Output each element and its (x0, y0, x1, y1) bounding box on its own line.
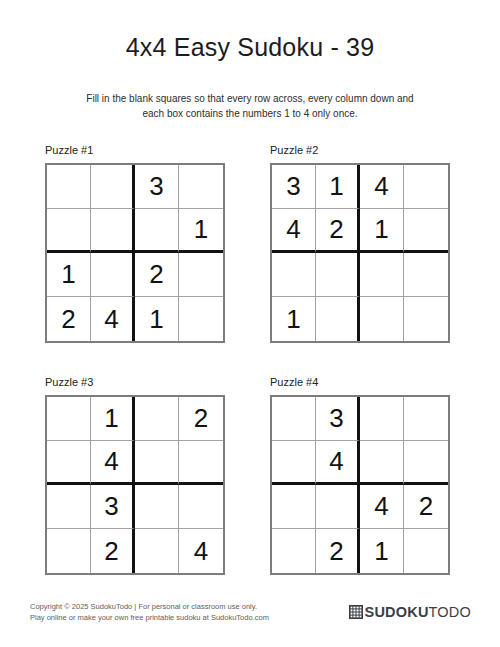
puzzle-4-cell-r4c3: 1 (360, 529, 404, 573)
puzzle-2: Puzzle #2 3144211 (270, 144, 450, 343)
footer-copyright-line-1: Copyright © 2025 SudokuTodo | For person… (30, 601, 269, 612)
puzzle-3-cell-r3c4 (179, 485, 223, 529)
puzzle-4-cell-r2c3 (360, 441, 404, 485)
page-title: 4x4 Easy Sudoku - 39 (0, 33, 500, 62)
puzzle-2-cell-r4c3 (360, 297, 404, 341)
puzzle-4-cell-r2c2: 4 (316, 441, 360, 485)
puzzle-1-cell-r4c3: 1 (135, 297, 179, 341)
puzzle-4-cell-r4c4 (404, 529, 448, 573)
footer-copyright-line-2: Play online or make your own free printa… (30, 612, 269, 623)
puzzle-2-cell-r4c4 (404, 297, 448, 341)
puzzle-1-cell-r2c3 (135, 209, 179, 253)
puzzle-4-cell-r3c3: 4 (360, 485, 404, 529)
puzzle-2-cell-r1c4 (404, 165, 448, 209)
puzzle-3-cell-r3c3 (135, 485, 179, 529)
puzzle-3-cell-r1c2: 1 (91, 397, 135, 441)
puzzle-1-cell-r3c3: 2 (135, 253, 179, 297)
puzzle-4-cell-r1c4 (404, 397, 448, 441)
puzzle-4: Puzzle #4 344221 (270, 376, 450, 575)
puzzle-4-cell-r4c2: 2 (316, 529, 360, 573)
puzzle-2-label: Puzzle #2 (270, 144, 450, 157)
puzzle-2-cell-r3c2 (316, 253, 360, 297)
puzzle-2-cell-r3c3 (360, 253, 404, 297)
logo-text-todo: TODO (429, 604, 471, 620)
puzzle-3-cell-r4c1 (47, 529, 91, 573)
puzzle-3-cell-r3c2: 3 (91, 485, 135, 529)
puzzle-2-cell-r3c1 (272, 253, 316, 297)
puzzle-3-cell-r1c1 (47, 397, 91, 441)
puzzle-2-cell-r2c2: 2 (316, 209, 360, 253)
puzzle-3-cell-r2c3 (135, 441, 179, 485)
puzzle-1-cell-r4c4 (179, 297, 223, 341)
puzzle-1-cell-r1c4 (179, 165, 223, 209)
puzzle-1-cell-r1c3: 3 (135, 165, 179, 209)
puzzle-4-label: Puzzle #4 (270, 376, 450, 389)
puzzle-3-cell-r2c4 (179, 441, 223, 485)
puzzle-1-cell-r1c2 (91, 165, 135, 209)
puzzle-2-cell-r3c4 (404, 253, 448, 297)
puzzle-2-cell-r2c1: 4 (272, 209, 316, 253)
puzzle-4-cell-r4c1 (272, 529, 316, 573)
puzzle-3-cell-r4c4: 4 (179, 529, 223, 573)
puzzle-2-grid: 3144211 (270, 163, 450, 343)
logo-text-sudoku: SUDOKU (365, 604, 429, 620)
sudoku-worksheet-page: { "game": "4x4 sudoku (easy, printable w… (0, 0, 500, 647)
puzzle-2-cell-r1c2: 1 (316, 165, 360, 209)
puzzle-3-cell-r4c2: 2 (91, 529, 135, 573)
puzzle-1-cell-r2c4: 1 (179, 209, 223, 253)
puzzle-4-cell-r1c3 (360, 397, 404, 441)
footer-copyright: Copyright © 2025 SudokuTodo | For person… (30, 601, 269, 623)
puzzle-4-cell-r3c2 (316, 485, 360, 529)
puzzle-3-cell-r2c1 (47, 441, 91, 485)
puzzle-1-cell-r2c1 (47, 209, 91, 253)
puzzle-3-cell-r1c3 (135, 397, 179, 441)
puzzle-3-label: Puzzle #3 (45, 376, 225, 389)
puzzle-3-cell-r4c3 (135, 529, 179, 573)
puzzle-4-cell-r1c1 (272, 397, 316, 441)
instructions-line-1: Fill in the blank squares so that every … (0, 91, 500, 106)
puzzle-1-cell-r2c2 (91, 209, 135, 253)
puzzle-2-cell-r4c1: 1 (272, 297, 316, 341)
puzzle-4-cell-r2c4 (404, 441, 448, 485)
puzzle-1-cell-r3c1: 1 (47, 253, 91, 297)
sudoku-grid-icon (349, 605, 363, 619)
puzzle-4-cell-r3c1 (272, 485, 316, 529)
puzzle-1-cell-r4c1: 2 (47, 297, 91, 341)
puzzle-4-cell-r3c4: 2 (404, 485, 448, 529)
puzzle-1-cell-r3c2 (91, 253, 135, 297)
puzzle-2-cell-r1c1: 3 (272, 165, 316, 209)
puzzle-2-cell-r2c3: 1 (360, 209, 404, 253)
puzzle-2-cell-r2c4 (404, 209, 448, 253)
puzzle-3-cell-r2c2: 4 (91, 441, 135, 485)
puzzle-4-grid: 344221 (270, 395, 450, 575)
puzzle-1-cell-r3c4 (179, 253, 223, 297)
puzzle-4-cell-r1c2: 3 (316, 397, 360, 441)
puzzle-1-cell-r1c1 (47, 165, 91, 209)
instructions-line-2: each box contains the numbers 1 to 4 onl… (0, 106, 500, 121)
puzzle-2-cell-r1c3: 4 (360, 165, 404, 209)
puzzle-3-cell-r3c1 (47, 485, 91, 529)
puzzle-3-cell-r1c4: 2 (179, 397, 223, 441)
puzzle-4-cell-r2c1 (272, 441, 316, 485)
puzzle-3-grid: 124324 (45, 395, 225, 575)
puzzle-1: Puzzle #1 3112241 (45, 144, 225, 343)
puzzle-1-grid: 3112241 (45, 163, 225, 343)
puzzle-2-cell-r4c2 (316, 297, 360, 341)
instructions: Fill in the blank squares so that every … (0, 91, 500, 121)
puzzle-3: Puzzle #3 124324 (45, 376, 225, 575)
sudokutodo-logo: SUDOKU TODO (349, 604, 471, 620)
puzzle-1-cell-r4c2: 4 (91, 297, 135, 341)
puzzle-1-label: Puzzle #1 (45, 144, 225, 157)
